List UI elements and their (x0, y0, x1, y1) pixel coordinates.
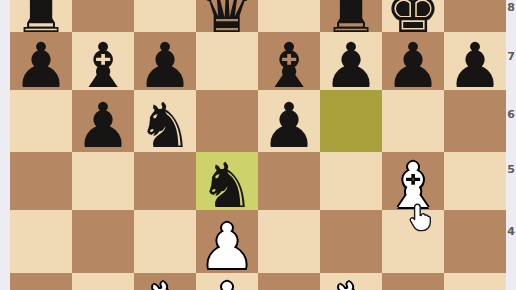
piece-white-bishop[interactable]: ♝ (196, 275, 258, 290)
square-b6[interactable]: ♟ (72, 90, 134, 152)
piece-black-bishop[interactable]: ♝ (72, 35, 134, 90)
square-f4[interactable] (320, 210, 382, 273)
piece-black-knight[interactable]: ♞ (134, 95, 196, 152)
square-f5[interactable] (320, 152, 382, 210)
square-b4[interactable] (72, 210, 134, 273)
square-a5[interactable] (10, 152, 72, 210)
square-h4[interactable] (444, 210, 506, 273)
piece-black-rook[interactable]: ♜ (10, 0, 72, 32)
piece-black-king[interactable]: ♚ (382, 0, 444, 32)
square-c5[interactable] (134, 152, 196, 210)
piece-black-bishop[interactable]: ♝ (258, 35, 320, 90)
rank-label-8: 8 (506, 2, 516, 14)
square-d7[interactable] (196, 32, 258, 90)
square-a7[interactable]: ♟ (10, 32, 72, 90)
square-g7[interactable]: ♟ (382, 32, 444, 90)
square-h3[interactable] (444, 273, 506, 290)
piece-black-pawn[interactable]: ♟ (134, 35, 196, 90)
rank-label-4: 4 (506, 226, 516, 238)
piece-black-pawn[interactable]: ♟ (320, 35, 382, 90)
square-h6[interactable] (444, 90, 506, 152)
rank-label-6: 6 (506, 109, 516, 121)
square-f7[interactable]: ♟ (320, 32, 382, 90)
square-e6[interactable]: ♟ (258, 90, 320, 152)
square-c4[interactable] (134, 210, 196, 273)
square-g8[interactable]: ♚ (382, 0, 444, 32)
square-e4[interactable] (258, 210, 320, 273)
rank-label-5: 5 (506, 164, 516, 176)
square-d5[interactable]: ♞ (196, 152, 258, 210)
piece-white-knight[interactable]: ♞ (134, 275, 196, 290)
cursor-hand-icon (408, 203, 433, 232)
piece-black-queen[interactable]: ♛ (196, 0, 258, 32)
page-margin-left (0, 0, 10, 290)
square-f8[interactable]: ♜ (320, 0, 382, 32)
square-f6[interactable] (320, 90, 382, 152)
square-c8[interactable] (134, 0, 196, 32)
square-h7[interactable]: ♟ (444, 32, 506, 90)
square-d4[interactable]: ♟ (196, 210, 258, 273)
square-a3[interactable] (10, 273, 72, 290)
square-h5[interactable] (444, 152, 506, 210)
chess-board[interactable]: ♜♛♜♚♟♝♟♝♟♟♟♟♞♟♞♝♟♞♝♞ (10, 0, 506, 290)
square-d6[interactable] (196, 90, 258, 152)
piece-black-rook[interactable]: ♜ (320, 0, 382, 32)
piece-black-pawn[interactable]: ♟ (10, 35, 72, 90)
square-e8[interactable] (258, 0, 320, 32)
square-c7[interactable]: ♟ (134, 32, 196, 90)
square-c3[interactable]: ♞ (134, 273, 196, 290)
square-d3[interactable]: ♝ (196, 273, 258, 290)
square-a4[interactable] (10, 210, 72, 273)
square-b7[interactable]: ♝ (72, 32, 134, 90)
square-a8[interactable]: ♜ (10, 0, 72, 32)
square-h8[interactable] (444, 0, 506, 32)
square-d8[interactable]: ♛ (196, 0, 258, 32)
rank-label-7: 7 (506, 51, 516, 63)
square-a6[interactable] (10, 90, 72, 152)
square-e3[interactable] (258, 273, 320, 290)
square-g3[interactable] (382, 273, 444, 290)
square-b8[interactable] (72, 0, 134, 32)
square-g5[interactable]: ♝ (382, 152, 444, 210)
chess-app-viewport: ♜♛♜♚♟♝♟♝♟♟♟♟♞♟♞♝♟♞♝♞ 87654 (0, 0, 516, 290)
square-c6[interactable]: ♞ (134, 90, 196, 152)
piece-black-pawn[interactable]: ♟ (382, 35, 444, 90)
square-g6[interactable] (382, 90, 444, 152)
square-f3[interactable]: ♞ (320, 273, 382, 290)
piece-black-pawn[interactable]: ♟ (258, 95, 320, 152)
rank-coordinates-strip: 87654 (506, 0, 516, 290)
piece-black-pawn[interactable]: ♟ (72, 95, 134, 152)
square-b3[interactable] (72, 273, 134, 290)
piece-white-bishop[interactable]: ♝ (382, 155, 444, 210)
square-e7[interactable]: ♝ (258, 32, 320, 90)
piece-black-knight[interactable]: ♞ (196, 155, 258, 210)
piece-white-knight[interactable]: ♞ (320, 275, 382, 290)
square-e5[interactable] (258, 152, 320, 210)
piece-black-pawn[interactable]: ♟ (444, 35, 506, 90)
piece-white-pawn[interactable]: ♟ (196, 216, 258, 274)
square-b5[interactable] (72, 152, 134, 210)
